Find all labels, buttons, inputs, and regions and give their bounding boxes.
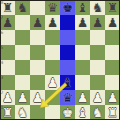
board-square-a5[interactable]: 5 bbox=[0, 45, 15, 60]
board-square-d2[interactable] bbox=[45, 90, 60, 105]
board-square-g6[interactable] bbox=[90, 30, 105, 45]
board-square-d1[interactable] bbox=[45, 105, 60, 120]
chess-app-window: 8♜♞♛♚♝♞♜7♟♟♟♟♟♟6543♟♝2♟♟♟♛♟♟♟1♜♞♚♝♞♜ bbox=[0, 0, 120, 120]
white-queen-e2[interactable]: ♛ bbox=[60, 90, 75, 105]
board-square-f3[interactable] bbox=[75, 75, 90, 90]
white-pawn-c2[interactable]: ♟ bbox=[30, 90, 45, 105]
board-square-h5[interactable] bbox=[105, 45, 120, 60]
chess-board[interactable]: 8♜♞♛♚♝♞♜7♟♟♟♟♟♟6543♟♝2♟♟♟♛♟♟♟1♜♞♚♝♞♜ bbox=[0, 0, 120, 120]
black-queen-d8[interactable]: ♛ bbox=[45, 0, 60, 15]
board-square-h7[interactable]: ♟ bbox=[105, 15, 120, 30]
rank-label-5: 5 bbox=[1, 45, 4, 51]
white-bishop-e3[interactable]: ♝ bbox=[60, 75, 75, 90]
white-pawn-g2[interactable]: ♟ bbox=[90, 90, 105, 105]
white-king-e1[interactable]: ♚ bbox=[60, 105, 75, 120]
white-pawn-a2[interactable]: ♟ bbox=[0, 90, 15, 105]
board-square-c2[interactable]: ♟ bbox=[30, 90, 45, 105]
board-square-f8[interactable]: ♝ bbox=[75, 0, 90, 15]
board-square-g5[interactable] bbox=[90, 45, 105, 60]
white-pawn-f2[interactable]: ♟ bbox=[75, 90, 90, 105]
board-square-d3[interactable]: ♟ bbox=[45, 75, 60, 90]
board-square-c5[interactable] bbox=[30, 45, 45, 60]
board-square-d7[interactable]: ♟ bbox=[45, 15, 60, 30]
black-rook-h8[interactable]: ♜ bbox=[105, 0, 120, 15]
board-square-b6[interactable] bbox=[15, 30, 30, 45]
board-square-g1[interactable]: ♞ bbox=[90, 105, 105, 120]
black-king-e8[interactable]: ♚ bbox=[60, 0, 75, 15]
board-square-f7[interactable]: ♟ bbox=[75, 15, 90, 30]
board-square-e1[interactable]: ♚ bbox=[60, 105, 75, 120]
board-square-c6[interactable] bbox=[30, 30, 45, 45]
board-square-c7[interactable]: ♟ bbox=[30, 15, 45, 30]
board-square-b3[interactable] bbox=[15, 75, 30, 90]
board-square-b5[interactable] bbox=[15, 45, 30, 60]
board-square-d4[interactable] bbox=[45, 60, 60, 75]
board-square-g2[interactable]: ♟ bbox=[90, 90, 105, 105]
board-square-e5[interactable] bbox=[60, 45, 75, 60]
board-square-a2[interactable]: 2♟ bbox=[0, 90, 15, 105]
black-knight-b8[interactable]: ♞ bbox=[15, 0, 30, 15]
rank-label-6: 6 bbox=[1, 30, 4, 36]
white-pawn-d3[interactable]: ♟ bbox=[45, 75, 60, 90]
board-square-b1[interactable]: ♞ bbox=[15, 105, 30, 120]
white-bishop-f1[interactable]: ♝ bbox=[75, 105, 90, 120]
black-pawn-g7[interactable]: ♟ bbox=[90, 15, 105, 30]
board-square-e6[interactable] bbox=[60, 30, 75, 45]
black-pawn-h7[interactable]: ♟ bbox=[105, 15, 120, 30]
white-pawn-h2[interactable]: ♟ bbox=[105, 90, 120, 105]
board-square-g4[interactable] bbox=[90, 60, 105, 75]
board-square-a6[interactable]: 6 bbox=[0, 30, 15, 45]
board-square-c4[interactable] bbox=[30, 60, 45, 75]
board-square-c8[interactable] bbox=[30, 0, 45, 15]
white-knight-g1[interactable]: ♞ bbox=[90, 105, 105, 120]
rank-label-4: 4 bbox=[1, 60, 4, 66]
board-square-h2[interactable]: ♟ bbox=[105, 90, 120, 105]
black-bishop-f8[interactable]: ♝ bbox=[75, 0, 90, 15]
rank-label-3: 3 bbox=[1, 75, 4, 81]
board-square-b2[interactable]: ♟ bbox=[15, 90, 30, 105]
board-square-g8[interactable]: ♞ bbox=[90, 0, 105, 15]
black-rook-a8[interactable]: ♜ bbox=[0, 0, 15, 15]
white-rook-a1[interactable]: ♜ bbox=[0, 105, 15, 120]
board-square-b8[interactable]: ♞ bbox=[15, 0, 30, 15]
board-square-f1[interactable]: ♝ bbox=[75, 105, 90, 120]
board-square-e2[interactable]: ♛ bbox=[60, 90, 75, 105]
board-square-e4[interactable] bbox=[60, 60, 75, 75]
board-square-h3[interactable] bbox=[105, 75, 120, 90]
board-square-a4[interactable]: 4 bbox=[0, 60, 15, 75]
board-square-d6[interactable] bbox=[45, 30, 60, 45]
board-square-g7[interactable]: ♟ bbox=[90, 15, 105, 30]
black-knight-g8[interactable]: ♞ bbox=[90, 0, 105, 15]
board-square-d8[interactable]: ♛ bbox=[45, 0, 60, 15]
white-rook-h1[interactable]: ♜ bbox=[105, 105, 120, 120]
board-square-e3[interactable]: ♝ bbox=[60, 75, 75, 90]
board-square-h1[interactable]: ♜ bbox=[105, 105, 120, 120]
white-pawn-b2[interactable]: ♟ bbox=[15, 90, 30, 105]
board-square-b4[interactable] bbox=[15, 60, 30, 75]
black-pawn-f7[interactable]: ♟ bbox=[75, 15, 90, 30]
board-square-f6[interactable] bbox=[75, 30, 90, 45]
board-square-f2[interactable]: ♟ bbox=[75, 90, 90, 105]
black-pawn-d7[interactable]: ♟ bbox=[45, 15, 60, 30]
board-square-h6[interactable] bbox=[105, 30, 120, 45]
board-square-e8[interactable]: ♚ bbox=[60, 0, 75, 15]
black-pawn-a7[interactable]: ♟ bbox=[0, 15, 15, 30]
board-square-d5[interactable] bbox=[45, 45, 60, 60]
white-knight-b1[interactable]: ♞ bbox=[15, 105, 30, 120]
board-square-a1[interactable]: 1♜ bbox=[0, 105, 15, 120]
board-square-c1[interactable] bbox=[30, 105, 45, 120]
board-square-c3[interactable] bbox=[30, 75, 45, 90]
board-square-h4[interactable] bbox=[105, 60, 120, 75]
board-square-a8[interactable]: 8♜ bbox=[0, 0, 15, 15]
board-square-f4[interactable] bbox=[75, 60, 90, 75]
board-square-b7[interactable] bbox=[15, 15, 30, 30]
board-square-e7[interactable] bbox=[60, 15, 75, 30]
board-square-f5[interactable] bbox=[75, 45, 90, 60]
board-square-h8[interactable]: ♜ bbox=[105, 0, 120, 15]
black-pawn-c7[interactable]: ♟ bbox=[30, 15, 45, 30]
board-square-g3[interactable] bbox=[90, 75, 105, 90]
board-square-a7[interactable]: 7♟ bbox=[0, 15, 15, 30]
board-square-a3[interactable]: 3 bbox=[0, 75, 15, 90]
